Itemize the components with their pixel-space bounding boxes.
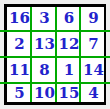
grid-cell-r1c3: 7	[81, 32, 104, 56]
grid-cell-r3c3: 4	[81, 84, 104, 102]
grid-cell-r2c1: 8	[32, 58, 55, 82]
grid-cell-r3c0: 5	[7, 84, 30, 102]
grid-cell-r0c2: 6	[57, 7, 79, 30]
grid-cell-r3c2: 15	[57, 84, 79, 102]
magic-square-screenshot: 16 3 6 9 2 13 12 7 11 8 1 14 5 10 15 4	[0, 0, 110, 109]
grid-line-horizontal-3	[0, 82, 110, 84]
grid-cell-r2c0: 11	[7, 58, 30, 82]
grid-cell-r1c2: 12	[57, 32, 79, 56]
grid-cell-r3c1: 10	[32, 84, 55, 102]
grid-cell-r1c1: 13	[32, 32, 55, 56]
grid-cell-r1c0: 2	[7, 32, 30, 56]
grid-line-horizontal-2	[0, 56, 110, 58]
grid-cell-r2c2: 1	[57, 58, 79, 82]
grid-cell-r0c1: 3	[32, 7, 55, 30]
magic-square-board: 16 3 6 9 2 13 12 7 11 8 1 14 5 10 15 4	[4, 4, 106, 105]
grid-cell-r2c3: 14	[81, 58, 104, 82]
grid-line-horizontal-1	[0, 30, 110, 32]
grid-cell-r0c3: 9	[81, 7, 104, 30]
grid-cell-r0c0: 16	[7, 7, 30, 30]
